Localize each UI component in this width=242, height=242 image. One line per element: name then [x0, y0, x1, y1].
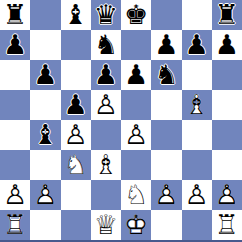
piece-white-rook: ♜♖ [212, 210, 242, 240]
piece-white-knight: ♞♘ [121, 180, 151, 210]
square-b7[interactable] [30, 30, 60, 60]
square-g2[interactable]: ♟♙ [182, 180, 212, 210]
square-d7[interactable]: ♞ [91, 30, 121, 60]
piece-white-king: ♚♔ [121, 210, 151, 240]
square-g7[interactable]: ♟ [182, 30, 212, 60]
square-f3[interactable] [151, 150, 181, 180]
square-h7[interactable]: ♟ [212, 30, 242, 60]
piece-white-pawn: ♟♙ [182, 180, 212, 210]
square-a2[interactable]: ♟♙ [0, 180, 30, 210]
square-h1[interactable]: ♜♖ [212, 210, 242, 240]
piece-black-pawn: ♟ [212, 30, 242, 60]
square-f1[interactable] [151, 210, 181, 240]
square-c2[interactable] [61, 180, 91, 210]
square-e7[interactable] [121, 30, 151, 60]
square-g4[interactable] [182, 120, 212, 150]
piece-white-pawn: ♟♙ [151, 180, 181, 210]
square-f8[interactable] [151, 0, 181, 30]
square-a1[interactable]: ♜♖ [0, 210, 30, 240]
square-c1[interactable] [61, 210, 91, 240]
piece-white-pawn: ♟♙ [121, 120, 151, 150]
square-b6[interactable]: ♟ [30, 60, 60, 90]
square-d5[interactable]: ♟♙ [91, 90, 121, 120]
square-g1[interactable] [182, 210, 212, 240]
piece-white-rook: ♜♖ [0, 210, 30, 240]
piece-black-bishop: ♝ [61, 0, 91, 30]
square-h5[interactable] [212, 90, 242, 120]
square-a7[interactable]: ♟ [0, 30, 30, 60]
piece-white-pawn: ♟♙ [212, 180, 242, 210]
square-c6[interactable] [61, 60, 91, 90]
piece-white-pawn: ♟♙ [91, 90, 121, 120]
piece-white-pawn: ♟♙ [61, 120, 91, 150]
square-h6[interactable] [212, 60, 242, 90]
piece-black-pawn: ♟ [30, 60, 60, 90]
piece-black-knight: ♞ [91, 30, 121, 60]
square-c8[interactable]: ♝ [61, 0, 91, 30]
square-a3[interactable] [0, 150, 30, 180]
square-b5[interactable] [30, 90, 60, 120]
piece-black-rook: ♜ [212, 0, 242, 30]
square-f4[interactable] [151, 120, 181, 150]
square-c3[interactable]: ♞♘ [61, 150, 91, 180]
piece-black-pawn: ♟ [91, 60, 121, 90]
square-g3[interactable] [182, 150, 212, 180]
square-c7[interactable] [61, 30, 91, 60]
square-f6[interactable]: ♞ [151, 60, 181, 90]
piece-white-bishop: ♝♗ [182, 90, 212, 120]
piece-black-queen: ♛ [91, 0, 121, 30]
square-b8[interactable] [30, 0, 60, 30]
square-g5[interactable]: ♝♗ [182, 90, 212, 120]
piece-black-pawn: ♟ [121, 60, 151, 90]
square-d6[interactable]: ♟ [91, 60, 121, 90]
square-d3[interactable]: ♝♗ [91, 150, 121, 180]
chess-board: ♜♝♛♚♜♟♞♟♟♟♟♟♟♞♟♟♙♝♗♝♟♙♟♙♞♘♝♗♟♙♟♙♞♘♟♙♟♙♟♙… [0, 0, 242, 242]
piece-black-king: ♚ [121, 0, 151, 30]
piece-black-pawn: ♟ [182, 30, 212, 60]
square-d8[interactable]: ♛ [91, 0, 121, 30]
square-h8[interactable]: ♜ [212, 0, 242, 30]
square-h2[interactable]: ♟♙ [212, 180, 242, 210]
square-d1[interactable]: ♛♕ [91, 210, 121, 240]
piece-white-pawn: ♟♙ [0, 180, 30, 210]
square-f5[interactable] [151, 90, 181, 120]
square-f2[interactable]: ♟♙ [151, 180, 181, 210]
piece-black-knight: ♞ [151, 60, 181, 90]
square-e3[interactable] [121, 150, 151, 180]
square-b4[interactable]: ♝ [30, 120, 60, 150]
piece-black-pawn: ♟ [61, 90, 91, 120]
square-f7[interactable]: ♟ [151, 30, 181, 60]
piece-white-knight: ♞♘ [61, 150, 91, 180]
square-d2[interactable] [91, 180, 121, 210]
square-e5[interactable] [121, 90, 151, 120]
square-a6[interactable] [0, 60, 30, 90]
square-c5[interactable]: ♟ [61, 90, 91, 120]
piece-white-queen: ♛♕ [91, 210, 121, 240]
piece-black-pawn: ♟ [151, 30, 181, 60]
piece-white-bishop: ♝♗ [91, 150, 121, 180]
square-e4[interactable]: ♟♙ [121, 120, 151, 150]
square-e2[interactable]: ♞♘ [121, 180, 151, 210]
piece-black-bishop: ♝ [30, 120, 60, 150]
square-h4[interactable] [212, 120, 242, 150]
square-e8[interactable]: ♚ [121, 0, 151, 30]
square-a4[interactable] [0, 120, 30, 150]
square-a5[interactable] [0, 90, 30, 120]
square-h3[interactable] [212, 150, 242, 180]
square-e6[interactable]: ♟ [121, 60, 151, 90]
square-g6[interactable] [182, 60, 212, 90]
square-a8[interactable]: ♜ [0, 0, 30, 30]
square-c4[interactable]: ♟♙ [61, 120, 91, 150]
piece-black-pawn: ♟ [0, 30, 30, 60]
piece-black-rook: ♜ [0, 0, 30, 30]
piece-white-pawn: ♟♙ [30, 180, 60, 210]
square-d4[interactable] [91, 120, 121, 150]
square-g8[interactable] [182, 0, 212, 30]
square-e1[interactable]: ♚♔ [121, 210, 151, 240]
square-b1[interactable] [30, 210, 60, 240]
square-b3[interactable] [30, 150, 60, 180]
square-b2[interactable]: ♟♙ [30, 180, 60, 210]
